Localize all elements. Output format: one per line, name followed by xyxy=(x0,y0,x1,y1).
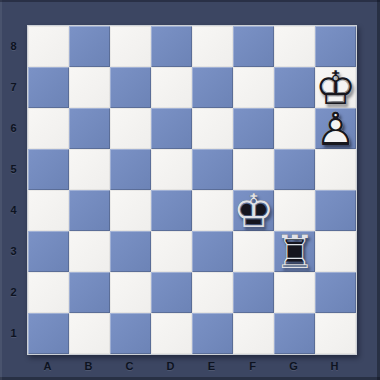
square-b7[interactable] xyxy=(69,67,110,108)
square-f4[interactable]: ♚♔ xyxy=(233,190,274,231)
square-a5[interactable] xyxy=(28,149,69,190)
black-rook[interactable]: ♜♖ xyxy=(274,231,315,272)
square-f1[interactable] xyxy=(233,313,274,354)
square-c4[interactable] xyxy=(110,190,151,231)
file-label-g: G xyxy=(273,353,314,378)
square-g5[interactable] xyxy=(274,149,315,190)
square-h7[interactable]: ♚♔ xyxy=(315,67,356,108)
square-c1[interactable] xyxy=(110,313,151,354)
square-h2[interactable] xyxy=(315,272,356,313)
file-label-h: H xyxy=(314,353,355,378)
black-king[interactable]: ♚♔ xyxy=(233,190,274,231)
square-a1[interactable] xyxy=(28,313,69,354)
square-d1[interactable] xyxy=(151,313,192,354)
rank-label-7: 7 xyxy=(0,66,27,107)
square-e1[interactable] xyxy=(192,313,233,354)
piece-glyph-fill: ♚ xyxy=(233,190,274,231)
square-f3[interactable] xyxy=(233,231,274,272)
square-b5[interactable] xyxy=(69,149,110,190)
square-e8[interactable] xyxy=(192,26,233,67)
square-g1[interactable] xyxy=(274,313,315,354)
white-king[interactable]: ♚♔ xyxy=(315,67,356,108)
square-d4[interactable] xyxy=(151,190,192,231)
square-b4[interactable] xyxy=(69,190,110,231)
piece-glyph-fill: ♚ xyxy=(315,67,356,108)
file-label-f: F xyxy=(232,353,273,378)
square-a3[interactable] xyxy=(28,231,69,272)
square-c2[interactable] xyxy=(110,272,151,313)
square-f5[interactable] xyxy=(233,149,274,190)
square-e2[interactable] xyxy=(192,272,233,313)
square-f6[interactable] xyxy=(233,108,274,149)
piece-glyph-fill: ♟ xyxy=(315,108,356,149)
square-d7[interactable] xyxy=(151,67,192,108)
square-c8[interactable] xyxy=(110,26,151,67)
rank-label-6: 6 xyxy=(0,107,27,148)
square-a8[interactable] xyxy=(28,26,69,67)
rank-label-3: 3 xyxy=(0,230,27,271)
square-a2[interactable] xyxy=(28,272,69,313)
piece-glyph-outline: ♙ xyxy=(315,108,356,149)
square-e5[interactable] xyxy=(192,149,233,190)
square-e3[interactable] xyxy=(192,231,233,272)
square-h5[interactable] xyxy=(315,149,356,190)
square-d8[interactable] xyxy=(151,26,192,67)
square-d2[interactable] xyxy=(151,272,192,313)
square-f7[interactable] xyxy=(233,67,274,108)
square-f8[interactable] xyxy=(233,26,274,67)
square-b8[interactable] xyxy=(69,26,110,67)
rank-label-8: 8 xyxy=(0,25,27,66)
file-labels: ABCDEFGH xyxy=(27,353,355,378)
file-label-c: C xyxy=(109,353,150,378)
file-label-d: D xyxy=(150,353,191,378)
square-a4[interactable] xyxy=(28,190,69,231)
rank-label-2: 2 xyxy=(0,271,27,312)
rank-label-4: 4 xyxy=(0,189,27,230)
piece-glyph-outline: ♖ xyxy=(274,231,315,272)
square-c5[interactable] xyxy=(110,149,151,190)
piece-glyph-fill: ♜ xyxy=(274,231,315,272)
square-g4[interactable] xyxy=(274,190,315,231)
square-b6[interactable] xyxy=(69,108,110,149)
file-label-e: E xyxy=(191,353,232,378)
square-d3[interactable] xyxy=(151,231,192,272)
square-h1[interactable] xyxy=(315,313,356,354)
chessboard-frame: 87654321 ABCDEFGH ♚♔♟♙♚♔♜♖ xyxy=(0,0,380,380)
rank-label-5: 5 xyxy=(0,148,27,189)
square-h3[interactable] xyxy=(315,231,356,272)
square-h8[interactable] xyxy=(315,26,356,67)
square-g2[interactable] xyxy=(274,272,315,313)
chessboard[interactable]: ♚♔♟♙♚♔♜♖ xyxy=(27,25,357,355)
square-g3[interactable]: ♜♖ xyxy=(274,231,315,272)
square-g7[interactable] xyxy=(274,67,315,108)
square-e7[interactable] xyxy=(192,67,233,108)
square-c6[interactable] xyxy=(110,108,151,149)
file-label-a: A xyxy=(27,353,68,378)
square-g6[interactable] xyxy=(274,108,315,149)
square-a7[interactable] xyxy=(28,67,69,108)
piece-glyph-outline: ♔ xyxy=(315,67,356,108)
rank-labels: 87654321 xyxy=(0,25,27,353)
square-e4[interactable] xyxy=(192,190,233,231)
square-b3[interactable] xyxy=(69,231,110,272)
square-f2[interactable] xyxy=(233,272,274,313)
rank-label-1: 1 xyxy=(0,312,27,353)
square-c7[interactable] xyxy=(110,67,151,108)
piece-glyph-outline: ♔ xyxy=(233,190,274,231)
square-b2[interactable] xyxy=(69,272,110,313)
square-d6[interactable] xyxy=(151,108,192,149)
square-d5[interactable] xyxy=(151,149,192,190)
square-h6[interactable]: ♟♙ xyxy=(315,108,356,149)
square-b1[interactable] xyxy=(69,313,110,354)
square-h4[interactable] xyxy=(315,190,356,231)
square-c3[interactable] xyxy=(110,231,151,272)
white-pawn[interactable]: ♟♙ xyxy=(315,108,356,149)
square-e6[interactable] xyxy=(192,108,233,149)
file-label-b: B xyxy=(68,353,109,378)
square-a6[interactable] xyxy=(28,108,69,149)
square-g8[interactable] xyxy=(274,26,315,67)
